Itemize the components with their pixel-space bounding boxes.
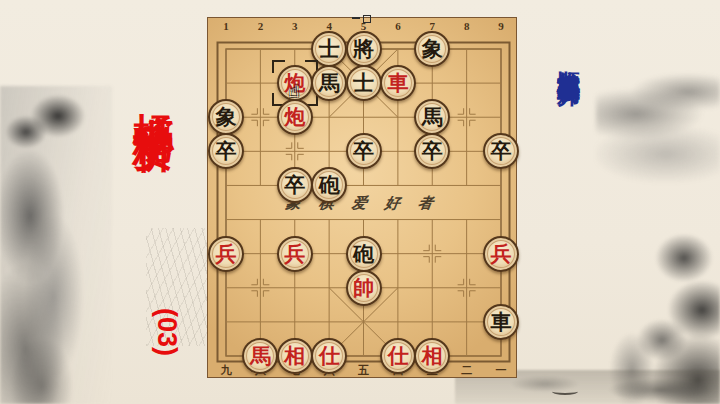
piece-black-soldier[interactable]: 卒 — [277, 167, 313, 203]
piece-red-advisor[interactable]: 仕 — [380, 338, 416, 374]
file-label-8: 8 — [464, 20, 470, 32]
file-label-bottom-9: 一 — [496, 363, 507, 378]
episode-number: (03) — [132, 308, 182, 356]
piece-black-advisor[interactable]: 士 — [311, 31, 347, 67]
xiangqi-board[interactable]: 123456789 九八七六五四三二一 象棋爱好者 士將象炮☝馬士車象炮馬卒卒卒… — [207, 17, 517, 378]
piece-black-advisor[interactable]: 士 — [346, 65, 382, 101]
piece-red-advisor[interactable]: 仕 — [311, 338, 347, 374]
file-label-bottom-1: 九 — [221, 363, 232, 378]
river-text: 象棋爱好者 — [285, 194, 453, 213]
ink-mountain-right-decoration — [596, 52, 720, 202]
piece-black-soldier[interactable]: 卒 — [346, 133, 382, 169]
file-label-6: 6 — [395, 20, 401, 32]
ink-mountain-left-decoration — [0, 86, 112, 404]
piece-red-cannon[interactable]: 炮 — [277, 65, 313, 101]
top-edge-mark — [352, 15, 372, 23]
piece-black-horse[interactable]: 馬 — [311, 65, 347, 101]
opening-line-title-vertical: 顺炮横车破直车不食弃马局 — [551, 53, 585, 65]
ink-boat-decoration — [552, 388, 578, 395]
piece-black-chariot[interactable]: 車 — [483, 304, 519, 340]
piece-red-general[interactable]: 帥 — [346, 270, 382, 306]
piece-red-elephant[interactable]: 相 — [277, 338, 313, 374]
piece-red-cannon[interactable]: 炮 — [277, 99, 313, 135]
file-label-9: 9 — [498, 20, 504, 32]
piece-black-elephant[interactable]: 象 — [208, 99, 244, 135]
file-label-1: 1 — [223, 20, 229, 32]
piece-red-soldier[interactable]: 兵 — [277, 236, 313, 272]
file-label-bottom-8: 二 — [461, 363, 472, 378]
file-label-bottom-5: 五 — [358, 363, 369, 378]
piece-red-soldier[interactable]: 兵 — [483, 236, 519, 272]
piece-black-elephant[interactable]: 象 — [414, 31, 450, 67]
piece-black-general[interactable]: 將 — [346, 31, 382, 67]
ink-trees-right-decoration — [602, 218, 720, 404]
file-label-3: 3 — [292, 20, 298, 32]
piece-red-elephant[interactable]: 相 — [414, 338, 450, 374]
piece-red-chariot[interactable]: 車 — [380, 65, 416, 101]
file-label-2: 2 — [258, 20, 264, 32]
video-frame: 橘中秘赏析 (03) 顺炮横车破直车不食弃马局 123456789 九八七六五四… — [0, 0, 720, 404]
piece-black-cannon[interactable]: 砲 — [346, 236, 382, 272]
series-title-vertical: 橘中秘赏析 — [132, 80, 182, 105]
piece-red-soldier[interactable]: 兵 — [208, 236, 244, 272]
